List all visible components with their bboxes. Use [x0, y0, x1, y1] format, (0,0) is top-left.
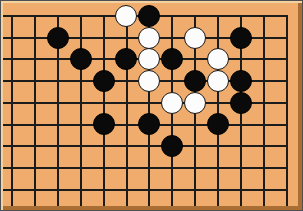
black-stone[interactable]	[138, 5, 160, 27]
board-point	[138, 70, 161, 92]
board-point	[229, 92, 252, 114]
black-stone[interactable]	[115, 48, 137, 70]
black-stone[interactable]	[230, 92, 252, 114]
board-point	[138, 5, 161, 27]
white-stone[interactable]	[184, 92, 206, 114]
board-point	[184, 27, 207, 49]
board-point	[115, 49, 138, 71]
stones-layer	[1, 5, 299, 200]
board-point	[69, 49, 92, 71]
black-stone[interactable]	[207, 113, 229, 135]
black-stone[interactable]	[230, 27, 252, 49]
white-stone[interactable]	[207, 70, 229, 92]
board-point	[138, 27, 161, 49]
white-stone[interactable]	[115, 5, 137, 27]
board-point	[229, 70, 252, 92]
board-point	[92, 70, 115, 92]
board-point	[184, 70, 207, 92]
board-point	[207, 49, 230, 71]
board-point	[184, 92, 207, 114]
go-board[interactable]	[0, 0, 303, 211]
white-stone[interactable]	[138, 48, 160, 70]
white-stone[interactable]	[138, 70, 160, 92]
board-point	[46, 27, 69, 49]
black-stone[interactable]	[138, 113, 160, 135]
black-stone[interactable]	[70, 48, 92, 70]
board-point	[115, 5, 138, 27]
black-stone[interactable]	[93, 70, 115, 92]
black-stone[interactable]	[47, 27, 69, 49]
board-point	[138, 49, 161, 71]
black-stone[interactable]	[161, 48, 183, 70]
board-point	[207, 70, 230, 92]
board-point	[161, 135, 184, 157]
white-stone[interactable]	[161, 92, 183, 114]
board-point	[229, 27, 252, 49]
white-stone[interactable]	[184, 27, 206, 49]
board-point	[161, 92, 184, 114]
white-stone[interactable]	[138, 27, 160, 49]
black-stone[interactable]	[93, 113, 115, 135]
board-point	[138, 114, 161, 136]
black-stone[interactable]	[230, 70, 252, 92]
black-stone[interactable]	[161, 135, 183, 157]
black-stone[interactable]	[184, 70, 206, 92]
board-point	[161, 49, 184, 71]
white-stone[interactable]	[207, 48, 229, 70]
board-point	[92, 114, 115, 136]
board-point	[207, 114, 230, 136]
